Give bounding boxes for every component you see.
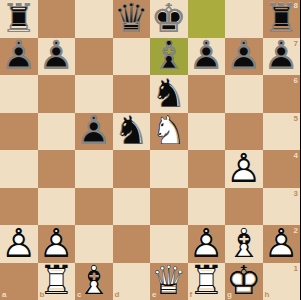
square-b4[interactable] <box>38 150 76 188</box>
square-f4[interactable] <box>188 150 226 188</box>
square-b1[interactable]: ♜♖b <box>38 263 76 300</box>
file-label-b: b <box>40 290 45 299</box>
square-a5[interactable] <box>0 113 38 151</box>
square-c7[interactable] <box>75 38 113 76</box>
white-knight[interactable]: ♞♘ <box>150 113 188 151</box>
file-label-h: h <box>265 290 270 299</box>
file-label-a: a <box>2 290 6 299</box>
square-e5[interactable]: ♞♘ <box>150 113 188 151</box>
square-b5[interactable] <box>38 113 76 151</box>
square-g7[interactable]: ♟♙ <box>225 38 263 76</box>
square-d3[interactable] <box>113 188 151 226</box>
piece-detail-glyph: ♘ <box>113 112 151 150</box>
black-pawn[interactable]: ♟♙ <box>38 38 76 76</box>
square-d2[interactable] <box>113 225 151 263</box>
piece-detail-glyph: ♖ <box>0 0 38 37</box>
rank-label-8: 8 <box>294 1 298 10</box>
file-label-e: e <box>152 290 156 299</box>
square-f5[interactable] <box>188 113 226 151</box>
rank-label-4: 4 <box>294 151 298 160</box>
rank-label-3: 3 <box>294 189 298 198</box>
square-f7[interactable]: ♟♙ <box>188 38 226 76</box>
square-h5[interactable]: 5 <box>263 113 301 151</box>
square-d5[interactable]: ♞♘ <box>113 113 151 151</box>
square-b7[interactable]: ♟♙ <box>38 38 76 76</box>
file-label-c: c <box>77 290 81 299</box>
rank-label-2: 2 <box>294 226 298 235</box>
square-e1[interactable]: ♛♕e <box>150 263 188 300</box>
piece-detail-glyph: ♙ <box>188 224 226 262</box>
piece-detail-glyph: ♙ <box>38 224 76 262</box>
square-a4[interactable] <box>0 150 38 188</box>
white-rook[interactable]: ♜♖ <box>188 263 226 300</box>
square-h2[interactable]: ♟♙2 <box>263 225 301 263</box>
piece-detail-glyph: ♙ <box>225 37 263 75</box>
black-pawn[interactable]: ♟♙ <box>188 38 226 76</box>
rank-label-7: 7 <box>294 39 298 48</box>
black-pawn[interactable]: ♟♙ <box>0 38 38 76</box>
piece-detail-glyph: ♕ <box>113 0 151 37</box>
piece-detail-glyph: ♘ <box>150 74 188 112</box>
piece-detail-glyph: ♙ <box>188 37 226 75</box>
square-h4[interactable]: 4 <box>263 150 301 188</box>
black-pawn[interactable]: ♟♙ <box>225 38 263 76</box>
square-c1[interactable]: ♝♗c <box>75 263 113 300</box>
black-pawn[interactable]: ♟♙ <box>75 113 113 151</box>
square-g6[interactable] <box>225 75 263 113</box>
piece-detail-glyph: ♙ <box>38 37 76 75</box>
square-g1[interactable]: ♚♔g <box>225 263 263 300</box>
piece-detail-glyph: ♖ <box>188 262 226 300</box>
square-a6[interactable] <box>0 75 38 113</box>
piece-detail-glyph: ♘ <box>150 112 188 150</box>
piece-detail-glyph: ♙ <box>75 112 113 150</box>
piece-detail-glyph: ♙ <box>0 37 38 75</box>
black-queen[interactable]: ♛♕ <box>113 0 151 38</box>
square-a7[interactable]: ♟♙ <box>0 38 38 76</box>
file-label-g: g <box>227 290 232 299</box>
square-c3[interactable] <box>75 188 113 226</box>
square-d7[interactable] <box>113 38 151 76</box>
square-c4[interactable] <box>75 150 113 188</box>
square-c8[interactable] <box>75 0 113 38</box>
piece-detail-glyph: ♗ <box>225 224 263 262</box>
rank-label-1: 1 <box>294 264 298 273</box>
square-b6[interactable] <box>38 75 76 113</box>
square-e3[interactable] <box>150 188 188 226</box>
white-pawn[interactable]: ♟♙ <box>0 225 38 263</box>
square-h1[interactable]: h1 <box>263 263 301 300</box>
rank-label-5: 5 <box>294 114 298 123</box>
piece-detail-glyph: ♔ <box>150 0 188 37</box>
square-f1[interactable]: ♜♖f <box>188 263 226 300</box>
square-h6[interactable]: 6 <box>263 75 301 113</box>
white-pawn[interactable]: ♟♙ <box>225 150 263 188</box>
square-d8[interactable]: ♛♕ <box>113 0 151 38</box>
square-a2[interactable]: ♟♙ <box>0 225 38 263</box>
piece-detail-glyph: ♙ <box>225 149 263 187</box>
chess-board: ♜♖♛♕♚♔♜♖8♟♙♟♙♝♗♟♙♟♙♟♙7♞♘6♟♙♞♘♞♘5♟♙43♟♙♟♙… <box>0 0 300 300</box>
file-label-d: d <box>115 290 120 299</box>
file-label-f: f <box>190 290 193 299</box>
black-knight[interactable]: ♞♘ <box>113 113 151 151</box>
square-g4[interactable]: ♟♙ <box>225 150 263 188</box>
square-e4[interactable] <box>150 150 188 188</box>
square-a1[interactable]: a <box>0 263 38 300</box>
square-f6[interactable] <box>188 75 226 113</box>
square-c5[interactable]: ♟♙ <box>75 113 113 151</box>
rank-label-6: 6 <box>294 76 298 85</box>
piece-detail-glyph: ♙ <box>0 224 38 262</box>
square-d1[interactable]: d <box>113 263 151 300</box>
square-d4[interactable] <box>113 150 151 188</box>
piece-detail-glyph: ♗ <box>150 37 188 75</box>
square-h7[interactable]: ♟♙7 <box>263 38 301 76</box>
